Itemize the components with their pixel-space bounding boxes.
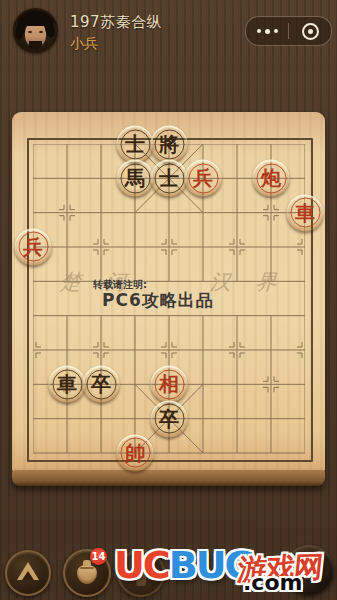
dark-stone-button[interactable] (284, 545, 334, 595)
river-label-han-jie: 汉 界 (209, 268, 287, 296)
piece-black-卒[interactable]: 卒 (151, 400, 188, 437)
dot-icon (265, 29, 270, 34)
piece-black-車[interactable]: 車 (49, 366, 86, 403)
dot-icon (274, 29, 278, 33)
header: 197苏秦合纵 小兵 (0, 0, 337, 70)
more-menu-button[interactable] (246, 17, 288, 45)
hint-icon (136, 560, 146, 586)
player-avatar[interactable] (13, 8, 58, 53)
piece-black-卒[interactable]: 卒 (83, 366, 120, 403)
piece-black-馬[interactable]: 馬 (117, 160, 154, 197)
rank-label: 小兵 (70, 35, 98, 53)
watermark-bug: BUG (169, 543, 254, 587)
money-bag-icon (77, 565, 97, 584)
level-title: 197苏秦合纵 (70, 13, 162, 32)
miniprogram-capsule (245, 16, 332, 46)
reward-bag-button[interactable]: 14 (63, 549, 111, 597)
piece-red-帥[interactable]: 帥 (117, 434, 154, 471)
piece-red-兵[interactable]: 兵 (185, 160, 222, 197)
piece-red-兵[interactable]: 兵 (15, 228, 52, 265)
dot-icon (257, 29, 261, 33)
piece-red-相[interactable]: 相 (151, 366, 188, 403)
notification-badge: 14 (90, 548, 107, 565)
mountain-arrow-icon (17, 562, 39, 580)
piece-black-將[interactable]: 將 (151, 126, 188, 163)
target-circle-icon (302, 23, 319, 40)
piece-red-炮[interactable]: 炮 (253, 160, 290, 197)
piece-red-車[interactable]: 車 (287, 194, 324, 231)
board-3d-edge (12, 470, 325, 486)
hint-button[interactable] (117, 549, 165, 597)
back-button[interactable] (5, 550, 51, 596)
piece-black-士[interactable]: 士 (151, 160, 188, 197)
piece-black-士[interactable]: 士 (117, 126, 154, 163)
xiangqi-board[interactable]: 楚 河 汉 界 转载请注明: PC6攻略出品 士將馬士兵炮車兵車卒相卒帥 (12, 112, 325, 486)
exit-button[interactable] (289, 17, 331, 45)
watermark-brand-line: PC6攻略出品 (102, 289, 214, 312)
